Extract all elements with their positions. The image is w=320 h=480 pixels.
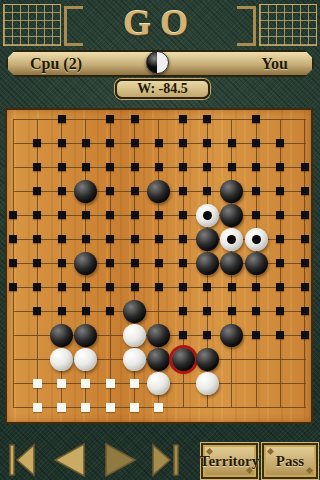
black-territory-mark <box>155 283 163 291</box>
board-point[interactable] <box>220 155 244 179</box>
board-point[interactable] <box>98 155 122 179</box>
button-corner-ornament <box>306 467 313 474</box>
black-territory-mark <box>33 163 41 171</box>
board-point[interactable] <box>25 131 49 155</box>
board-point[interactable] <box>147 347 171 371</box>
white-territory-mark <box>57 379 66 388</box>
board-point[interactable] <box>123 203 147 227</box>
board-point[interactable] <box>1 275 25 299</box>
white-territory-mark <box>130 379 139 388</box>
board-point[interactable] <box>195 347 219 371</box>
board-point[interactable] <box>25 395 49 419</box>
black-territory-mark <box>58 283 66 291</box>
board-point[interactable] <box>195 251 219 275</box>
board-point[interactable] <box>1 203 25 227</box>
board-point[interactable] <box>195 371 219 395</box>
pass-button[interactable]: Pass <box>262 443 318 479</box>
player-right-label: You <box>261 55 288 73</box>
black-stone <box>220 204 243 227</box>
board-point[interactable] <box>50 395 74 419</box>
board-point[interactable] <box>74 299 98 323</box>
black-territory-mark <box>203 283 211 291</box>
black-territory-mark <box>82 235 90 243</box>
board-point[interactable] <box>147 275 171 299</box>
board-point[interactable] <box>293 395 317 419</box>
board-point[interactable] <box>1 395 25 419</box>
white-stone <box>74 348 97 371</box>
board-point[interactable] <box>74 371 98 395</box>
board-point[interactable] <box>293 155 317 179</box>
board-point[interactable] <box>220 131 244 155</box>
board-point[interactable] <box>220 323 244 347</box>
board-point[interactable] <box>268 179 292 203</box>
board-point[interactable] <box>220 251 244 275</box>
board-point[interactable] <box>50 323 74 347</box>
board-point[interactable] <box>244 227 268 251</box>
board-point[interactable] <box>74 179 98 203</box>
board-point[interactable] <box>98 251 122 275</box>
board-point[interactable] <box>50 299 74 323</box>
board-point[interactable] <box>220 107 244 131</box>
black-territory-mark <box>33 187 41 195</box>
black-territory-mark <box>179 139 187 147</box>
board-point[interactable] <box>293 275 317 299</box>
board-point[interactable] <box>293 323 317 347</box>
board-point[interactable] <box>171 275 195 299</box>
board-point[interactable] <box>268 299 292 323</box>
board-point[interactable] <box>50 107 74 131</box>
white-territory-mark <box>81 379 90 388</box>
board-point[interactable] <box>195 227 219 251</box>
black-territory-mark <box>179 283 187 291</box>
black-territory-mark <box>58 163 66 171</box>
board-point[interactable] <box>244 299 268 323</box>
black-stone <box>196 252 219 275</box>
board-point[interactable] <box>244 275 268 299</box>
board-point[interactable] <box>268 251 292 275</box>
black-territory-mark <box>155 139 163 147</box>
black-territory-mark <box>301 187 309 195</box>
black-territory-mark <box>82 163 90 171</box>
black-territory-mark <box>179 187 187 195</box>
board-point[interactable] <box>147 371 171 395</box>
black-territory-mark <box>106 187 114 195</box>
white-territory-mark <box>33 403 42 412</box>
board-point[interactable] <box>25 227 49 251</box>
board-point[interactable] <box>195 107 219 131</box>
dead-white-stone <box>196 204 219 227</box>
board-point[interactable] <box>98 323 122 347</box>
board-point[interactable] <box>98 203 122 227</box>
board-point[interactable] <box>220 275 244 299</box>
board-point[interactable] <box>171 227 195 251</box>
black-stone <box>147 348 170 371</box>
board-point[interactable] <box>1 371 25 395</box>
board-point[interactable] <box>123 299 147 323</box>
board-point[interactable] <box>25 371 49 395</box>
black-territory-mark <box>155 259 163 267</box>
board-point[interactable] <box>268 131 292 155</box>
board-point[interactable] <box>1 155 25 179</box>
board-point[interactable] <box>244 107 268 131</box>
board-point[interactable] <box>74 227 98 251</box>
board-point[interactable] <box>244 131 268 155</box>
black-territory-mark <box>179 235 187 243</box>
board-point[interactable] <box>147 155 171 179</box>
black-territory-mark <box>82 307 90 315</box>
board-point[interactable] <box>220 179 244 203</box>
dead-stone-dot <box>227 235 236 244</box>
black-territory-mark <box>252 187 260 195</box>
white-territory-mark <box>106 403 115 412</box>
black-territory-mark <box>58 139 66 147</box>
black-territory-mark <box>82 211 90 219</box>
black-territory-mark <box>252 283 260 291</box>
board-point[interactable] <box>74 131 98 155</box>
black-territory-mark <box>82 139 90 147</box>
board-point[interactable] <box>293 203 317 227</box>
board-point[interactable] <box>268 323 292 347</box>
board-point[interactable] <box>293 251 317 275</box>
board-point[interactable] <box>123 251 147 275</box>
white-territory-mark <box>57 403 66 412</box>
board-point[interactable] <box>98 275 122 299</box>
black-stone <box>196 228 219 251</box>
board-point[interactable] <box>195 155 219 179</box>
board-point[interactable] <box>1 227 25 251</box>
go-board[interactable] <box>5 108 313 424</box>
board-point[interactable] <box>171 251 195 275</box>
board-point[interactable] <box>123 347 147 371</box>
black-territory-mark <box>58 259 66 267</box>
board-point[interactable] <box>98 131 122 155</box>
board-point[interactable] <box>147 203 171 227</box>
black-territory-mark <box>33 283 41 291</box>
board-point[interactable] <box>220 395 244 419</box>
black-territory-mark <box>82 283 90 291</box>
black-territory-mark <box>106 139 114 147</box>
last-move-stone <box>172 348 195 371</box>
white-territory-mark <box>81 403 90 412</box>
board-point[interactable] <box>25 299 49 323</box>
black-territory-mark <box>252 139 260 147</box>
board-point[interactable] <box>171 371 195 395</box>
board-point[interactable] <box>171 323 195 347</box>
board-point[interactable] <box>50 131 74 155</box>
board-point[interactable] <box>293 347 317 371</box>
board-point[interactable] <box>147 179 171 203</box>
black-territory-mark <box>228 139 236 147</box>
board-point[interactable] <box>50 347 74 371</box>
board-point[interactable] <box>244 203 268 227</box>
board-point[interactable] <box>1 323 25 347</box>
white-territory-mark <box>130 403 139 412</box>
board-point[interactable] <box>123 179 147 203</box>
board-point[interactable] <box>171 395 195 419</box>
board-point[interactable] <box>98 395 122 419</box>
black-territory-mark <box>179 163 187 171</box>
board-point[interactable] <box>293 371 317 395</box>
board-point[interactable] <box>98 347 122 371</box>
board-point[interactable] <box>50 155 74 179</box>
black-territory-mark <box>203 187 211 195</box>
button-corner-ornament <box>267 448 274 455</box>
board-point[interactable] <box>171 347 195 371</box>
black-territory-mark <box>131 187 139 195</box>
pass-button-label: Pass <box>276 453 304 470</box>
black-territory-mark <box>276 283 284 291</box>
black-territory-mark <box>276 331 284 339</box>
black-stone <box>147 324 170 347</box>
black-territory-mark <box>131 283 139 291</box>
black-territory-mark <box>179 115 187 123</box>
black-territory-mark <box>276 187 284 195</box>
black-stone <box>74 324 97 347</box>
step-back-button[interactable] <box>51 442 89 478</box>
board-point[interactable] <box>25 107 49 131</box>
board-point[interactable] <box>195 275 219 299</box>
black-stone <box>196 348 219 371</box>
step-forward-button[interactable] <box>101 442 139 478</box>
black-territory-mark <box>252 211 260 219</box>
black-territory-mark <box>301 163 309 171</box>
board-point[interactable] <box>147 323 171 347</box>
board-point[interactable] <box>195 299 219 323</box>
board-point[interactable] <box>123 227 147 251</box>
board-point[interactable] <box>50 179 74 203</box>
board-point[interactable] <box>147 251 171 275</box>
black-territory-mark <box>203 115 211 123</box>
board-point[interactable] <box>244 155 268 179</box>
board-point[interactable] <box>1 251 25 275</box>
board-point[interactable] <box>147 131 171 155</box>
board-point[interactable] <box>147 107 171 131</box>
board-point[interactable] <box>123 323 147 347</box>
white-stone <box>196 372 219 395</box>
black-territory-mark <box>228 163 236 171</box>
black-territory-mark <box>276 307 284 315</box>
black-territory-mark <box>106 211 114 219</box>
board-point[interactable] <box>25 275 49 299</box>
dead-stone-dot <box>203 211 212 220</box>
black-stone <box>74 252 97 275</box>
board-point[interactable] <box>171 299 195 323</box>
black-territory-mark <box>203 139 211 147</box>
page-title: GO <box>0 2 320 44</box>
black-territory-mark <box>131 259 139 267</box>
board-point[interactable] <box>220 299 244 323</box>
board-point[interactable] <box>220 227 244 251</box>
board-point[interactable] <box>268 347 292 371</box>
board-point[interactable] <box>50 251 74 275</box>
board-point[interactable] <box>268 275 292 299</box>
board-point[interactable] <box>123 155 147 179</box>
score-plaque: W: -84.5 <box>115 79 210 99</box>
board-point[interactable] <box>244 323 268 347</box>
black-territory-mark <box>203 163 211 171</box>
board-point[interactable] <box>147 227 171 251</box>
board-point[interactable] <box>74 323 98 347</box>
board-point[interactable] <box>293 227 317 251</box>
board-point[interactable] <box>268 107 292 131</box>
black-territory-mark <box>301 259 309 267</box>
black-territory-mark <box>252 307 260 315</box>
turn-stone-icon <box>146 51 169 74</box>
black-stone <box>220 252 243 275</box>
board-point[interactable] <box>268 395 292 419</box>
black-territory-mark <box>252 115 260 123</box>
board-point[interactable] <box>98 107 122 131</box>
black-territory-mark <box>131 163 139 171</box>
go-last-button[interactable] <box>150 442 182 478</box>
black-stone <box>220 324 243 347</box>
black-territory-mark <box>9 283 17 291</box>
board-point[interactable] <box>147 395 171 419</box>
board-point[interactable] <box>293 179 317 203</box>
black-territory-mark <box>58 211 66 219</box>
black-territory-mark <box>301 283 309 291</box>
board-point[interactable] <box>268 155 292 179</box>
board-point[interactable] <box>268 203 292 227</box>
go-first-button[interactable] <box>8 442 36 478</box>
board-point[interactable] <box>195 179 219 203</box>
board-point[interactable] <box>195 203 219 227</box>
black-territory-mark <box>33 211 41 219</box>
board-point[interactable] <box>123 275 147 299</box>
board-point[interactable] <box>171 131 195 155</box>
board-point[interactable] <box>50 275 74 299</box>
black-territory-mark <box>33 139 41 147</box>
board-point[interactable] <box>171 155 195 179</box>
board-point[interactable] <box>293 131 317 155</box>
black-territory-mark <box>276 235 284 243</box>
board-point[interactable] <box>293 299 317 323</box>
black-territory-mark <box>33 235 41 243</box>
black-territory-mark <box>228 283 236 291</box>
white-territory-mark <box>33 379 42 388</box>
board-point[interactable] <box>74 203 98 227</box>
black-territory-mark <box>106 163 114 171</box>
white-stone <box>147 372 170 395</box>
board-point[interactable] <box>1 107 25 131</box>
board-point[interactable] <box>1 299 25 323</box>
black-territory-mark <box>58 235 66 243</box>
dead-stone-dot <box>252 235 261 244</box>
board-point[interactable] <box>244 371 268 395</box>
board-point[interactable] <box>195 395 219 419</box>
black-territory-mark <box>106 283 114 291</box>
board-point[interactable] <box>244 395 268 419</box>
board-point[interactable] <box>171 203 195 227</box>
board-point[interactable] <box>123 131 147 155</box>
board-point[interactable] <box>123 371 147 395</box>
board-point[interactable] <box>74 347 98 371</box>
black-territory-mark <box>9 211 17 219</box>
board-point[interactable] <box>98 299 122 323</box>
board-point[interactable] <box>1 131 25 155</box>
black-territory-mark <box>106 235 114 243</box>
white-stone <box>123 348 146 371</box>
black-territory-mark <box>276 211 284 219</box>
black-territory-mark <box>301 307 309 315</box>
board-point[interactable] <box>50 227 74 251</box>
black-territory-mark <box>179 307 187 315</box>
board-point[interactable] <box>74 275 98 299</box>
board-point[interactable] <box>123 395 147 419</box>
board-point[interactable] <box>244 179 268 203</box>
territory-button[interactable]: Territory <box>201 443 258 479</box>
board-point[interactable] <box>244 251 268 275</box>
black-territory-mark <box>131 211 139 219</box>
white-territory-mark <box>106 379 115 388</box>
board-point[interactable] <box>98 227 122 251</box>
board-point[interactable] <box>74 395 98 419</box>
black-territory-mark <box>155 163 163 171</box>
black-territory-mark <box>58 307 66 315</box>
board-point[interactable] <box>50 203 74 227</box>
board-point[interactable] <box>123 107 147 131</box>
board-point[interactable] <box>147 299 171 323</box>
black-territory-mark <box>58 115 66 123</box>
black-territory-mark <box>33 259 41 267</box>
black-territory-mark <box>155 235 163 243</box>
board-point[interactable] <box>171 179 195 203</box>
black-territory-mark <box>106 115 114 123</box>
dead-white-stone <box>245 228 268 251</box>
board-point[interactable] <box>74 107 98 131</box>
board-point[interactable] <box>74 155 98 179</box>
board-point[interactable] <box>171 107 195 131</box>
black-territory-mark <box>58 187 66 195</box>
board-point[interactable] <box>50 371 74 395</box>
board-point[interactable] <box>268 227 292 251</box>
black-stone <box>123 300 146 323</box>
black-territory-mark <box>106 307 114 315</box>
board-point[interactable] <box>244 347 268 371</box>
board-point[interactable] <box>293 107 317 131</box>
board-point[interactable] <box>25 203 49 227</box>
black-territory-mark <box>301 211 309 219</box>
black-territory-mark <box>106 259 114 267</box>
go-app-screen: GO Cpu (2) You W: -84.5 T <box>0 0 320 480</box>
board-point[interactable] <box>220 371 244 395</box>
black-territory-mark <box>179 211 187 219</box>
board-point[interactable] <box>268 371 292 395</box>
board-point[interactable] <box>98 179 122 203</box>
board-point[interactable] <box>25 179 49 203</box>
black-territory-mark <box>252 331 260 339</box>
black-territory-mark <box>9 235 17 243</box>
board-point[interactable] <box>74 251 98 275</box>
board-point[interactable] <box>25 347 49 371</box>
white-stone <box>123 324 146 347</box>
board-point[interactable] <box>98 371 122 395</box>
black-territory-mark <box>276 139 284 147</box>
board-point[interactable] <box>25 251 49 275</box>
board-point[interactable] <box>1 347 25 371</box>
board-point[interactable] <box>220 203 244 227</box>
board-point[interactable] <box>25 323 49 347</box>
board-point[interactable] <box>25 155 49 179</box>
player-left-label: Cpu (2) <box>30 55 82 73</box>
board-point[interactable] <box>195 323 219 347</box>
board-point[interactable] <box>220 347 244 371</box>
board-point[interactable] <box>195 131 219 155</box>
black-stone <box>147 180 170 203</box>
black-territory-mark <box>301 235 309 243</box>
black-territory-mark <box>203 331 211 339</box>
board-point[interactable] <box>1 179 25 203</box>
